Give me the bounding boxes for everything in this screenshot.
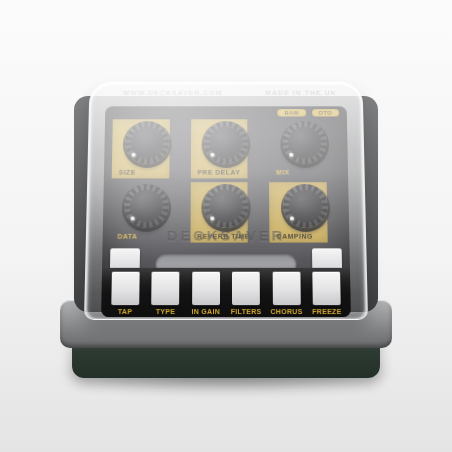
mix-knob — [282, 121, 327, 164]
type-button — [152, 272, 180, 305]
tap-label: TAP — [107, 308, 143, 315]
product-photo: WWW.DECKSAVER.COM MADE IN THE UK BAM OTO… — [0, 0, 452, 452]
brand-badges: BAM OTO — [278, 109, 340, 116]
faceplate: BAM OTO SIZE PRE DELAY — [101, 106, 351, 317]
knob-indicator-dot — [290, 217, 294, 221]
knob-indicator-dot — [131, 217, 135, 221]
size-knob — [125, 121, 170, 164]
reverb-time-knob — [203, 184, 248, 228]
front-buttons — [111, 272, 340, 305]
filters-button — [232, 272, 260, 305]
filters-label: FILTERS — [228, 308, 264, 315]
cover-embossed-origin: MADE IN THE UK — [265, 90, 337, 96]
pre-delay-knob-label: PRE DELAY — [197, 169, 240, 176]
type-label: TYPE — [147, 308, 183, 315]
decksaver-logo: DECKSAVER — [103, 227, 350, 243]
knob-grid: SIZE PRE DELAY MIX DATA — [108, 119, 343, 244]
freeze-button — [312, 272, 340, 305]
knob-indicator-dot — [289, 153, 293, 157]
model-badge: BAM — [278, 109, 306, 116]
tap-button — [111, 272, 139, 305]
front-panel: TAP TYPE IN GAIN FILTERS CHORUS FREEZE — [101, 268, 351, 317]
data-knob — [124, 184, 170, 228]
device-with-cover: WWW.DECKSAVER.COM MADE IN THE UK BAM OTO… — [84, 81, 368, 320]
chorus-label: CHORUS — [268, 308, 304, 315]
front-button-labels: TAP TYPE IN GAIN FILTERS CHORUS FREEZE — [107, 308, 345, 315]
mix-knob-cell: MIX — [267, 119, 342, 180]
cover-embossed-url: WWW.DECKSAVER.COM — [123, 90, 223, 96]
in-gain-label: IN GAIN — [188, 308, 224, 315]
knob-indicator-dot — [210, 153, 214, 157]
pre-delay-knob-cell: PRE DELAY — [189, 119, 264, 180]
decksaver-clear-cover: WWW.DECKSAVER.COM MADE IN THE UK BAM OTO… — [84, 81, 368, 320]
knob-indicator-dot — [210, 217, 214, 221]
pre-delay-knob — [204, 121, 249, 164]
chorus-button — [272, 272, 300, 305]
freeze-label: FREEZE — [309, 308, 345, 315]
brand-badge: OTO — [312, 109, 340, 116]
in-gain-button — [192, 272, 220, 305]
damping-knob — [282, 184, 328, 228]
mix-knob-label: MIX — [276, 169, 290, 176]
size-knob-cell: SIZE — [110, 119, 185, 180]
size-knob-label: SIZE — [119, 169, 136, 176]
knob-indicator-dot — [132, 153, 136, 157]
